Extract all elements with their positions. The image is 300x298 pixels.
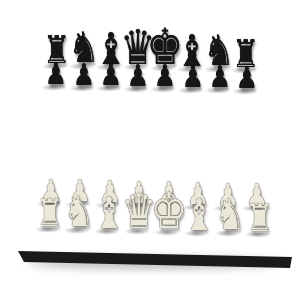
black-pawn-icon: ♟: [73, 60, 95, 90]
white-knight-icon: ♞: [214, 195, 245, 237]
black-pawn-icon: ♟: [154, 62, 176, 92]
black-pawn-icon: ♟: [100, 61, 122, 91]
black-pawn-icon: ♟: [45, 59, 67, 89]
white-rook-icon: ♜: [36, 195, 64, 233]
black-pawn-icon: ♟: [127, 61, 149, 91]
black-pawn-icon: ♟: [209, 63, 231, 93]
black-pawn-icon: ♟: [182, 62, 204, 92]
black-pawn-icon: ♟: [236, 63, 258, 93]
white-knight-icon: ♞: [64, 192, 95, 234]
chess-set-photo: aabbccddeeffgghh1122334455667788 ♜♞♝♛♚♝♞…: [0, 0, 300, 298]
pieces-layer: ♜♞♝♛♚♝♞♜♟♟♟♟♟♟♟♟♟♟♟♟♟♟♟♟♜♞♝♛♚♝♞♜: [0, 0, 300, 298]
white-bishop-icon: ♝: [183, 192, 215, 236]
white-rook-icon: ♜: [246, 199, 274, 237]
